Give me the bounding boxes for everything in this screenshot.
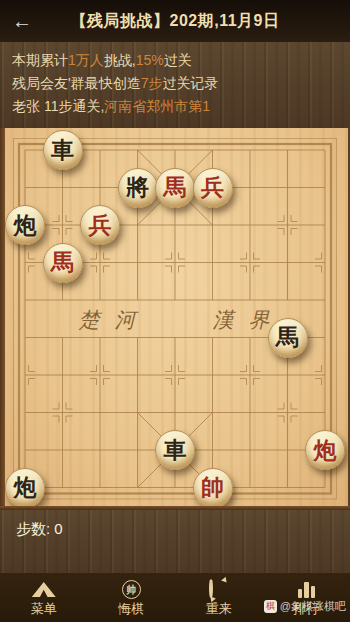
piece-red-horse[interactable]: 馬 xyxy=(43,243,83,283)
watermark: 棋 @象棋涨棋吧 xyxy=(264,599,346,614)
info-highlight: 15% xyxy=(136,52,164,68)
bottom-nav-bar: 菜单 帅 悔棋 重来 排行 xyxy=(0,573,350,622)
undo-piece-icon: 帅 xyxy=(122,580,141,599)
info-highlight: 河南省郑州市第1 xyxy=(104,98,210,114)
piece-black-chariot[interactable]: 車 xyxy=(155,430,195,470)
piece-red-soldier[interactable]: 兵 xyxy=(80,205,120,245)
info-text: 残局会友'群最快创造 xyxy=(12,75,141,91)
piece-black-cannon[interactable]: 炮 xyxy=(5,205,45,245)
board-surface[interactable]: 楚河 漢界 車將馬兵炮兵馬馬車炮炮帥 xyxy=(0,128,350,510)
step-counter-label: 步数: xyxy=(16,520,50,537)
piece-red-soldier[interactable]: 兵 xyxy=(193,168,233,208)
watermark-badge-icon: 棋 xyxy=(264,600,277,613)
nav-item-ranking[interactable]: 排行 xyxy=(263,573,350,622)
step-counter-value: 0 xyxy=(54,520,62,537)
piece-red-general[interactable]: 帥 xyxy=(193,468,233,508)
step-counter: 步数: 0 xyxy=(16,520,334,539)
piece-black-chariot[interactable]: 車 xyxy=(43,130,83,170)
info-highlight: 1万人 xyxy=(68,52,104,68)
info-text: 挑战, xyxy=(104,52,136,68)
piece-red-horse[interactable]: 馬 xyxy=(155,168,195,208)
info-text: 过关 xyxy=(164,52,192,68)
nav-item-menu[interactable]: 菜单 xyxy=(0,573,88,622)
piece-red-cannon[interactable]: 炮 xyxy=(305,430,345,470)
nav-label: 悔棋 xyxy=(118,602,144,615)
page-title: 【残局挑战】202期,11月9日 xyxy=(71,11,280,32)
watermark-text: @象棋涨棋吧 xyxy=(280,599,346,614)
info-text: 过关记录 xyxy=(162,75,218,91)
piece-black-horse[interactable]: 馬 xyxy=(268,318,308,358)
info-line-winner: 老张 11步通关,河南省郑州市第1 xyxy=(12,95,338,118)
info-line-participants: 本期累计1万人挑战,15%过关 xyxy=(12,49,338,72)
nav-label: 重来 xyxy=(206,602,232,615)
nav-label: 菜单 xyxy=(31,602,57,615)
info-highlight: 7步 xyxy=(141,75,163,91)
ranking-bars-icon xyxy=(298,580,316,599)
info-text: 老张 11步通关, xyxy=(12,98,104,114)
info-text: 本期累计 xyxy=(12,52,68,68)
restart-icon xyxy=(209,580,228,599)
back-arrow-icon[interactable]: ← xyxy=(12,9,32,33)
piece-black-cannon[interactable]: 炮 xyxy=(5,468,45,508)
nav-item-undo[interactable]: 帅 悔棋 xyxy=(88,573,176,622)
info-line-record: 残局会友'群最快创造7步过关记录 xyxy=(12,72,338,95)
board-frame-left xyxy=(0,128,5,510)
challenge-info-panel: 本期累计1万人挑战,15%过关 残局会友'群最快创造7步过关记录 老张 11步通… xyxy=(0,42,350,128)
river-label-left: 楚河 xyxy=(52,302,177,338)
status-panel: 步数: 0 xyxy=(0,510,350,573)
piece-black-general[interactable]: 將 xyxy=(118,168,158,208)
header-bar: ← 【残局挑战】202期,11月9日 xyxy=(0,0,350,42)
nav-item-restart[interactable]: 重来 xyxy=(175,573,263,622)
menu-arrow-icon xyxy=(32,580,56,599)
